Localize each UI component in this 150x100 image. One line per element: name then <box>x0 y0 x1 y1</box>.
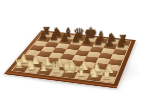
black-pawn: ♟ <box>59 33 70 43</box>
white-knight: ♞ <box>25 59 38 72</box>
white-king: ♚ <box>62 59 75 76</box>
black-pawn: ♟ <box>48 31 59 41</box>
squares-grid: ♜♞♝♛♚♝♞♜♟♟♟♟♟♟♟♟♟♟♟♟♟♟♟♟♜♞♝♛♚♝♞♜ <box>12 32 130 83</box>
black-pawn: ♟ <box>70 34 81 45</box>
white-knight: ♞ <box>87 66 100 79</box>
black-pawn: ♟ <box>104 37 116 48</box>
chess-board: ♜♞♝♛♚♝♞♜♟♟♟♟♟♟♟♟♟♟♟♟♟♟♟♟♜♞♝♛♚♝♞♜ <box>5 30 135 86</box>
black-pawn: ♟ <box>81 35 93 46</box>
chess-board-scene: ♜♞♝♛♚♝♞♜♟♟♟♟♟♟♟♟♟♟♟♟♟♟♟♟♜♞♝♛♚♝♞♜ <box>0 0 150 100</box>
white-queen: ♛ <box>49 60 62 75</box>
white-bishop: ♝ <box>74 64 87 78</box>
black-pawn: ♟ <box>92 36 104 47</box>
white-rook: ♜ <box>100 69 113 81</box>
white-bishop: ♝ <box>37 59 50 73</box>
white-rook: ♜ <box>13 59 26 71</box>
black-pawn: ♟ <box>115 38 127 49</box>
square-h1: ♜ <box>100 75 116 83</box>
black-pawn: ♟ <box>38 30 49 40</box>
